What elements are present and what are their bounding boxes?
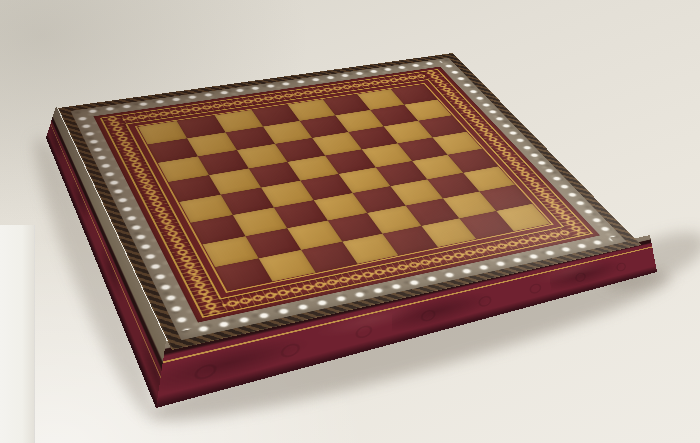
backdrop-seam bbox=[0, 225, 35, 443]
photo-scene bbox=[0, 0, 700, 443]
